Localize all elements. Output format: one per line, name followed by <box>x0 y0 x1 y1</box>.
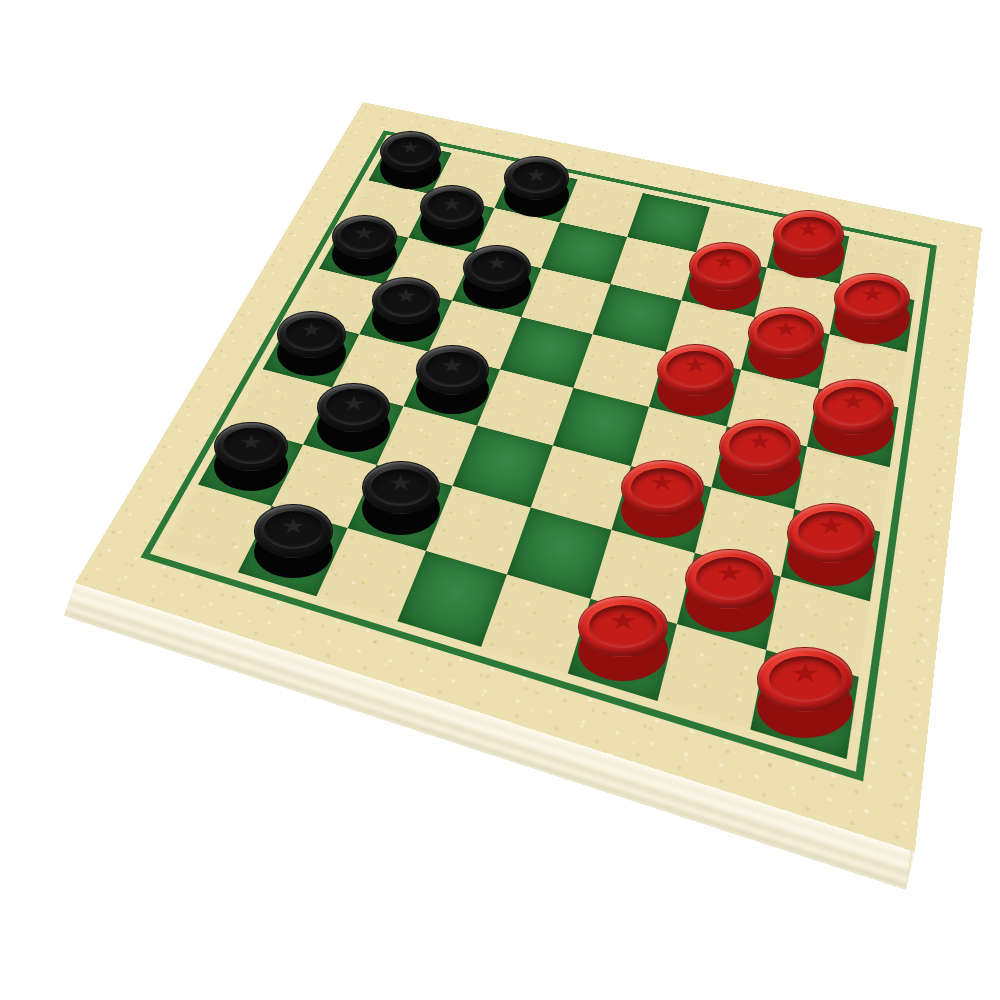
checkers-product-photo: ★★★★★★★★★★★★★★★★★★★★★★★★ <box>0 0 1000 1000</box>
